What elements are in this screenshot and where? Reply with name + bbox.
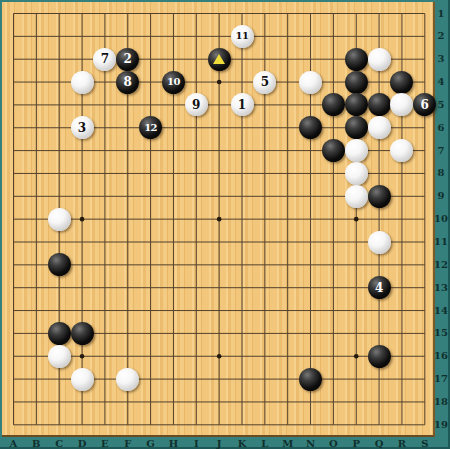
- stone-P6: [345, 116, 368, 139]
- move-number: 10: [167, 77, 180, 87]
- stone-D4: [71, 71, 94, 94]
- col-label-J: J: [210, 438, 228, 449]
- stone-C15: [48, 322, 71, 345]
- star-point: [217, 80, 222, 85]
- stone-Q9: [368, 185, 391, 208]
- col-label-M: M: [279, 438, 297, 449]
- stone-P4: [345, 71, 368, 94]
- stone-P9: [345, 185, 368, 208]
- move-number: 12: [144, 122, 157, 132]
- col-label-Q: Q: [370, 438, 388, 449]
- star-point: [354, 354, 359, 359]
- star-point: [217, 354, 222, 359]
- stone-Q3: [368, 48, 391, 71]
- move-number: 3: [78, 121, 86, 133]
- star-point: [354, 217, 359, 222]
- stone-F4: 8: [116, 71, 139, 94]
- move-number: 6: [421, 98, 429, 110]
- stone-P7: [345, 139, 368, 162]
- stone-F17: [116, 368, 139, 391]
- move-number: 11: [236, 31, 249, 41]
- stone-C16: [48, 345, 71, 368]
- col-label-L: L: [256, 438, 274, 449]
- go-diagram-frame: 117281059163124 ABCDEFGHIJKLMNOPQRS12345…: [0, 0, 450, 449]
- row-label-19: 19: [433, 419, 449, 430]
- row-label-6: 6: [433, 122, 449, 133]
- stone-N17: [299, 368, 322, 391]
- move-number: 2: [124, 53, 132, 65]
- col-label-C: C: [50, 438, 68, 449]
- row-label-1: 1: [433, 8, 449, 19]
- col-label-P: P: [347, 438, 365, 449]
- row-label-8: 8: [433, 167, 449, 178]
- stone-D6: 3: [71, 116, 94, 139]
- stone-O7: [322, 139, 345, 162]
- stone-D17: [71, 368, 94, 391]
- stone-F3: 2: [116, 48, 139, 71]
- stone-R4: [390, 71, 413, 94]
- stone-J3: [208, 48, 231, 71]
- col-label-R: R: [393, 438, 411, 449]
- move-number: 1: [238, 98, 246, 110]
- triangle-mark-icon: [213, 54, 225, 64]
- col-label-F: F: [119, 438, 137, 449]
- col-label-A: A: [5, 438, 23, 449]
- stone-N4: [299, 71, 322, 94]
- stone-E3: 7: [93, 48, 116, 71]
- row-label-7: 7: [433, 145, 449, 156]
- col-label-I: I: [187, 438, 205, 449]
- col-label-G: G: [142, 438, 160, 449]
- star-point: [217, 217, 222, 222]
- row-label-18: 18: [433, 396, 449, 407]
- col-label-B: B: [27, 438, 45, 449]
- stone-Q16: [368, 345, 391, 368]
- stone-Q11: [368, 231, 391, 254]
- row-label-16: 16: [433, 350, 449, 361]
- row-label-13: 13: [433, 282, 449, 293]
- move-number: 7: [101, 53, 109, 65]
- col-label-O: O: [324, 438, 342, 449]
- row-label-2: 2: [433, 30, 449, 41]
- stone-L4: 5: [253, 71, 276, 94]
- stone-P3: [345, 48, 368, 71]
- col-label-D: D: [73, 438, 91, 449]
- stone-H4: 10: [162, 71, 185, 94]
- go-board[interactable]: 117281059163124: [2, 2, 435, 437]
- move-number: 4: [375, 281, 383, 293]
- col-label-E: E: [96, 438, 114, 449]
- stone-D15: [71, 322, 94, 345]
- col-label-N: N: [302, 438, 320, 449]
- row-label-5: 5: [433, 99, 449, 110]
- row-label-3: 3: [433, 53, 449, 64]
- move-number: 8: [124, 76, 132, 88]
- col-label-S: S: [416, 438, 434, 449]
- row-label-14: 14: [433, 305, 449, 316]
- stone-P8: [345, 162, 368, 185]
- row-label-10: 10: [433, 213, 449, 224]
- row-label-11: 11: [433, 236, 449, 247]
- stone-K5: 1: [231, 93, 254, 116]
- stone-Q6: [368, 116, 391, 139]
- star-point: [80, 354, 85, 359]
- stone-Q5: [368, 93, 391, 116]
- stone-C10: [48, 208, 71, 231]
- move-number: 5: [261, 76, 269, 88]
- row-label-15: 15: [433, 327, 449, 338]
- col-label-K: K: [233, 438, 251, 449]
- row-label-12: 12: [433, 259, 449, 270]
- stone-C12: [48, 253, 71, 276]
- row-label-9: 9: [433, 190, 449, 201]
- stone-K2: 11: [231, 25, 254, 48]
- row-label-4: 4: [433, 76, 449, 87]
- stone-P5: [345, 93, 368, 116]
- star-point: [80, 217, 85, 222]
- stone-Q13: 4: [368, 276, 391, 299]
- row-label-17: 17: [433, 373, 449, 384]
- col-label-H: H: [164, 438, 182, 449]
- move-number: 9: [192, 98, 200, 110]
